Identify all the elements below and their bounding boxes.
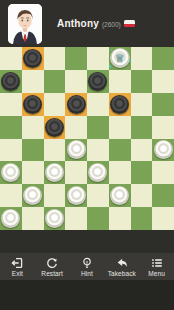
square-r6c4[interactable] <box>87 184 109 207</box>
square-r3c2[interactable] <box>44 116 66 139</box>
hint-icon <box>81 257 93 269</box>
square-r4c6[interactable] <box>131 139 153 162</box>
square-r2c3[interactable] <box>65 93 87 116</box>
menu-label: Menu <box>148 270 165 277</box>
player-rating: (2600) <box>102 21 121 28</box>
square-r2c4[interactable] <box>87 93 109 116</box>
poland-flag <box>124 20 135 28</box>
player-info: Anthony (2600) <box>57 18 135 29</box>
white-man[interactable] <box>45 163 64 182</box>
square-r2c2[interactable] <box>44 93 66 116</box>
square-r1c2[interactable] <box>44 70 66 93</box>
square-r1c1[interactable] <box>22 70 44 93</box>
white-man[interactable] <box>1 209 20 228</box>
square-r1c7[interactable] <box>152 70 174 93</box>
hint-label: Hint <box>81 270 93 277</box>
sparkle-dot <box>111 49 113 51</box>
white-man[interactable] <box>110 186 129 205</box>
black-man[interactable] <box>110 95 129 114</box>
square-r0c2[interactable] <box>44 47 66 70</box>
square-r7c5[interactable] <box>109 207 131 230</box>
square-r3c6[interactable] <box>131 116 153 139</box>
square-r4c5[interactable] <box>109 139 131 162</box>
square-r7c3[interactable] <box>65 207 87 230</box>
square-r3c5[interactable] <box>109 116 131 139</box>
black-man[interactable] <box>45 118 64 137</box>
square-r0c3[interactable] <box>65 47 87 70</box>
square-r6c7[interactable] <box>152 184 174 207</box>
cartoon-man-avatar <box>8 4 42 44</box>
black-man[interactable] <box>23 49 42 68</box>
black-man[interactable] <box>67 95 86 114</box>
white-man[interactable] <box>154 140 173 159</box>
square-r0c5[interactable]: ♕ <box>109 47 131 70</box>
square-r6c0[interactable] <box>0 184 22 207</box>
black-man[interactable] <box>88 72 107 91</box>
player-name: Anthony <box>57 18 99 29</box>
square-r1c5[interactable] <box>109 70 131 93</box>
square-r7c6[interactable] <box>131 207 153 230</box>
square-r3c1[interactable] <box>22 116 44 139</box>
square-r5c0[interactable] <box>0 161 22 184</box>
menu-button[interactable]: Menu <box>139 253 174 280</box>
black-man[interactable] <box>1 72 20 91</box>
square-r2c7[interactable] <box>152 93 174 116</box>
square-r4c7[interactable] <box>152 139 174 162</box>
toolbar: Exit Restart Hint Takeback <box>0 253 174 280</box>
square-r4c0[interactable] <box>0 139 22 162</box>
restart-label: Restart <box>41 270 63 277</box>
square-r5c6[interactable] <box>131 161 153 184</box>
square-r4c3[interactable] <box>65 139 87 162</box>
sparkle-dot <box>109 65 112 68</box>
takeback-icon <box>116 257 128 269</box>
square-r7c4[interactable] <box>87 207 109 230</box>
exit-button[interactable]: Exit <box>0 253 35 280</box>
square-r2c0[interactable] <box>0 93 22 116</box>
checkers-app: Anthony (2600) ♕ Exit Restart <box>0 0 174 310</box>
square-r2c1[interactable] <box>22 93 44 116</box>
square-r1c0[interactable] <box>0 70 22 93</box>
square-r5c7[interactable] <box>152 161 174 184</box>
square-r1c3[interactable] <box>65 70 87 93</box>
white-king[interactable]: ♕ <box>110 48 130 68</box>
exit-icon <box>11 257 23 269</box>
square-r5c4[interactable] <box>87 161 109 184</box>
crown-icon: ♕ <box>115 52 125 63</box>
square-r0c1[interactable] <box>22 47 44 70</box>
square-r6c2[interactable] <box>44 184 66 207</box>
square-r0c4[interactable] <box>87 47 109 70</box>
square-r5c5[interactable] <box>109 161 131 184</box>
restart-icon <box>46 257 58 269</box>
square-r6c3[interactable] <box>65 184 87 207</box>
square-r0c0[interactable] <box>0 47 22 70</box>
takeback-button[interactable]: Takeback <box>104 253 139 280</box>
square-r6c5[interactable] <box>109 184 131 207</box>
white-man[interactable] <box>88 163 107 182</box>
white-man[interactable] <box>67 140 86 159</box>
square-r1c6[interactable] <box>131 70 153 93</box>
square-r5c3[interactable] <box>65 161 87 184</box>
white-man[interactable] <box>67 186 86 205</box>
square-r3c0[interactable] <box>0 116 22 139</box>
white-man[interactable] <box>23 186 42 205</box>
square-r5c1[interactable] <box>22 161 44 184</box>
square-r2c6[interactable] <box>131 93 153 116</box>
square-r3c4[interactable] <box>87 116 109 139</box>
square-r7c1[interactable] <box>22 207 44 230</box>
square-r0c6[interactable] <box>131 47 153 70</box>
takeback-label: Takeback <box>108 270 136 277</box>
square-r1c4[interactable] <box>87 70 109 93</box>
square-r5c2[interactable] <box>44 161 66 184</box>
square-r0c7[interactable] <box>152 47 174 70</box>
exit-label: Exit <box>12 270 23 277</box>
square-r7c7[interactable] <box>152 207 174 230</box>
hint-button[interactable]: Hint <box>70 253 105 280</box>
square-r7c2[interactable] <box>44 207 66 230</box>
square-r2c5[interactable] <box>109 93 131 116</box>
square-r4c2[interactable] <box>44 139 66 162</box>
white-man[interactable] <box>45 209 64 228</box>
square-r6c1[interactable] <box>22 184 44 207</box>
white-man[interactable] <box>1 163 20 182</box>
square-r3c7[interactable] <box>152 116 174 139</box>
square-r6c6[interactable] <box>131 184 153 207</box>
avatar <box>8 4 42 44</box>
square-r7c0[interactable] <box>0 207 22 230</box>
black-man[interactable] <box>23 95 42 114</box>
opponent-bar: Anthony (2600) <box>0 0 174 47</box>
bottom-strip <box>0 280 174 310</box>
menu-icon <box>151 257 163 269</box>
lower-gap <box>0 230 174 253</box>
restart-button[interactable]: Restart <box>35 253 70 280</box>
square-r4c4[interactable] <box>87 139 109 162</box>
square-r3c3[interactable] <box>65 116 87 139</box>
square-r4c1[interactable] <box>22 139 44 162</box>
board: ♕ <box>0 47 174 230</box>
